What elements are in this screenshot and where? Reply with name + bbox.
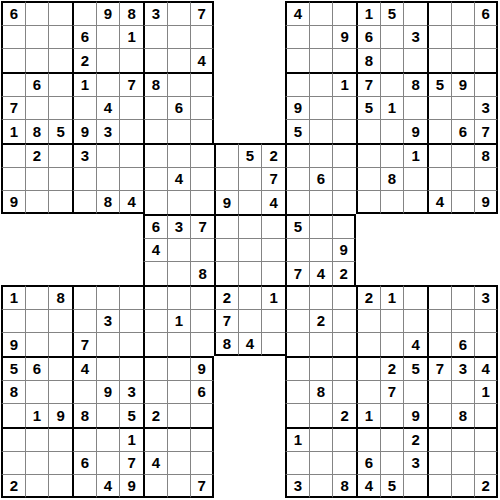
cell-r12c19[interactable] [451, 285, 475, 309]
cell-r12c4[interactable] [96, 285, 120, 309]
cell-r18c2[interactable] [48, 427, 72, 451]
given-digit-r6c20[interactable]: 8 [474, 143, 498, 167]
cell-r7c19[interactable] [451, 167, 475, 191]
cell-r5c16[interactable] [380, 119, 404, 143]
cell-r2c14[interactable] [332, 48, 356, 72]
given-digit-r20c5[interactable]: 9 [119, 474, 143, 498]
cell-r10c9[interactable] [214, 238, 238, 262]
cell-r2c16[interactable] [380, 48, 404, 72]
cell-r5c18[interactable] [427, 119, 451, 143]
cell-r13c17[interactable] [403, 309, 427, 333]
cell-r13c18[interactable] [427, 309, 451, 333]
cell-r20c13[interactable] [309, 474, 333, 498]
cell-r2c2[interactable] [48, 48, 72, 72]
cell-r13c6[interactable] [143, 309, 167, 333]
given-digit-r9c7[interactable]: 3 [167, 214, 191, 238]
given-digit-r4c7[interactable]: 6 [167, 96, 191, 120]
cell-r17c12[interactable] [285, 403, 309, 427]
cell-r0c13[interactable] [309, 1, 333, 25]
cell-r14c14[interactable] [332, 332, 356, 356]
given-digit-r3c5[interactable]: 7 [119, 72, 143, 96]
given-digit-r9c12[interactable]: 5 [285, 214, 309, 238]
cell-r13c16[interactable] [380, 309, 404, 333]
cell-r18c15[interactable] [356, 427, 380, 451]
cell-r12c12[interactable] [285, 285, 309, 309]
cell-r18c1[interactable] [25, 427, 49, 451]
cell-r8c14[interactable] [332, 190, 356, 214]
cell-r6c6[interactable] [143, 143, 167, 167]
cell-r12c13[interactable] [309, 285, 333, 309]
cell-r16c15[interactable] [356, 380, 380, 404]
cell-r7c6[interactable] [143, 167, 167, 191]
cell-r1c12[interactable] [285, 25, 309, 49]
given-digit-r8c4[interactable]: 8 [96, 190, 120, 214]
cell-r16c2[interactable] [48, 380, 72, 404]
cell-r8c2[interactable] [48, 190, 72, 214]
cell-r3c7[interactable] [167, 72, 191, 96]
cell-r19c20[interactable] [474, 451, 498, 475]
cell-r19c8[interactable] [190, 451, 214, 475]
cell-r0c18[interactable] [427, 1, 451, 25]
cell-r14c8[interactable] [190, 332, 214, 356]
cell-r0c1[interactable] [25, 1, 49, 25]
cell-r20c1[interactable] [25, 474, 49, 498]
given-digit-r3c18[interactable]: 5 [427, 72, 451, 96]
given-digit-r7c16[interactable]: 8 [380, 167, 404, 191]
cell-r13c19[interactable] [451, 309, 475, 333]
cell-r8c15[interactable] [356, 190, 380, 214]
cell-r2c12[interactable] [285, 48, 309, 72]
cell-r14c7[interactable] [167, 332, 191, 356]
cell-r18c14[interactable] [332, 427, 356, 451]
cell-r7c2[interactable] [48, 167, 72, 191]
given-digit-r11c13[interactable]: 4 [309, 261, 333, 285]
cell-r9c9[interactable] [214, 214, 238, 238]
cell-r20c7[interactable] [167, 474, 191, 498]
cell-r2c0[interactable] [1, 48, 25, 72]
cell-r17c8[interactable] [190, 403, 214, 427]
cell-r14c4[interactable] [96, 332, 120, 356]
given-digit-r0c12[interactable]: 4 [285, 1, 309, 25]
given-digit-r15c0[interactable]: 5 [1, 356, 25, 380]
cell-r13c11[interactable] [261, 309, 285, 333]
cell-r4c2[interactable] [48, 96, 72, 120]
cell-r4c14[interactable] [332, 96, 356, 120]
given-digit-r5c2[interactable]: 5 [48, 119, 72, 143]
cell-r9c11[interactable] [261, 214, 285, 238]
given-digit-r20c20[interactable]: 2 [474, 474, 498, 498]
given-digit-r20c8[interactable]: 7 [190, 474, 214, 498]
given-digit-r0c16[interactable]: 5 [380, 1, 404, 25]
given-digit-r5c3[interactable]: 9 [72, 119, 96, 143]
cell-r14c13[interactable] [309, 332, 333, 356]
given-digit-r0c15[interactable]: 1 [356, 1, 380, 25]
given-digit-r12c16[interactable]: 1 [380, 285, 404, 309]
given-digit-r20c4[interactable]: 4 [96, 474, 120, 498]
given-digit-r15c3[interactable]: 4 [72, 356, 96, 380]
given-digit-r17c15[interactable]: 1 [356, 403, 380, 427]
given-digit-r11c8[interactable]: 8 [190, 261, 214, 285]
cell-r20c2[interactable] [48, 474, 72, 498]
given-digit-r13c4[interactable]: 3 [96, 309, 120, 333]
given-digit-r15c17[interactable]: 5 [403, 356, 427, 380]
cell-r19c18[interactable] [427, 451, 451, 475]
given-digit-r12c20[interactable]: 3 [474, 285, 498, 309]
cell-r13c12[interactable] [285, 309, 309, 333]
given-digit-r14c19[interactable]: 6 [451, 332, 475, 356]
given-digit-r15c18[interactable]: 7 [427, 356, 451, 380]
given-digit-r17c6[interactable]: 2 [143, 403, 167, 427]
cell-r0c7[interactable] [167, 1, 191, 25]
cell-r15c4[interactable] [96, 356, 120, 380]
given-digit-r4c0[interactable]: 7 [1, 96, 25, 120]
cell-r1c6[interactable] [143, 25, 167, 49]
cell-r6c5[interactable] [119, 143, 143, 167]
given-digit-r6c11[interactable]: 2 [261, 143, 285, 167]
given-digit-r15c8[interactable]: 9 [190, 356, 214, 380]
given-digit-r8c11[interactable]: 4 [261, 190, 285, 214]
given-digit-r20c16[interactable]: 5 [380, 474, 404, 498]
cell-r6c7[interactable] [167, 143, 191, 167]
cell-r12c7[interactable] [167, 285, 191, 309]
cell-r20c19[interactable] [451, 474, 475, 498]
cell-r20c18[interactable] [427, 474, 451, 498]
given-digit-r0c0[interactable]: 6 [1, 1, 25, 25]
cell-r14c11[interactable] [261, 332, 285, 356]
cell-r5c15[interactable] [356, 119, 380, 143]
cell-r0c14[interactable] [332, 1, 356, 25]
cell-r12c17[interactable] [403, 285, 427, 309]
cell-r3c20[interactable] [474, 72, 498, 96]
cell-r1c20[interactable] [474, 25, 498, 49]
given-digit-r12c11[interactable]: 1 [261, 285, 285, 309]
cell-r15c5[interactable] [119, 356, 143, 380]
cell-r13c14[interactable] [332, 309, 356, 333]
given-digit-r2c8[interactable]: 4 [190, 48, 214, 72]
given-digit-r5c0[interactable]: 1 [1, 119, 25, 143]
cell-r0c19[interactable] [451, 1, 475, 25]
given-digit-r16c16[interactable]: 7 [380, 380, 404, 404]
cell-r3c2[interactable] [48, 72, 72, 96]
given-digit-r5c17[interactable]: 9 [403, 119, 427, 143]
cell-r6c14[interactable] [332, 143, 356, 167]
given-digit-r13c7[interactable]: 1 [167, 309, 191, 333]
given-digit-r16c8[interactable]: 6 [190, 380, 214, 404]
cell-r17c13[interactable] [309, 403, 333, 427]
cell-r6c16[interactable] [380, 143, 404, 167]
cell-r16c12[interactable] [285, 380, 309, 404]
cell-r12c18[interactable] [427, 285, 451, 309]
cell-r15c14[interactable] [332, 356, 356, 380]
cell-r7c5[interactable] [119, 167, 143, 191]
given-digit-r1c14[interactable]: 9 [332, 25, 356, 49]
given-digit-r18c5[interactable]: 1 [119, 427, 143, 451]
given-digit-r16c13[interactable]: 8 [309, 380, 333, 404]
cell-r1c7[interactable] [167, 25, 191, 49]
given-digit-r10c14[interactable]: 9 [332, 238, 356, 262]
cell-r1c2[interactable] [48, 25, 72, 49]
cell-r15c6[interactable] [143, 356, 167, 380]
cell-r20c6[interactable] [143, 474, 167, 498]
cell-r10c11[interactable] [261, 238, 285, 262]
given-digit-r16c5[interactable]: 3 [119, 380, 143, 404]
given-digit-r5c4[interactable]: 3 [96, 119, 120, 143]
cell-r4c6[interactable] [143, 96, 167, 120]
cell-r4c5[interactable] [119, 96, 143, 120]
given-digit-r12c0[interactable]: 1 [1, 285, 25, 309]
cell-r6c2[interactable] [48, 143, 72, 167]
cell-r10c12[interactable] [285, 238, 309, 262]
given-digit-r12c15[interactable]: 2 [356, 285, 380, 309]
cell-r18c4[interactable] [96, 427, 120, 451]
cell-r14c6[interactable] [143, 332, 167, 356]
cell-r19c1[interactable] [25, 451, 49, 475]
cell-r13c15[interactable] [356, 309, 380, 333]
cell-r16c19[interactable] [451, 380, 475, 404]
given-digit-r17c19[interactable]: 8 [451, 403, 475, 427]
cell-r11c11[interactable] [261, 261, 285, 285]
cell-r2c17[interactable] [403, 48, 427, 72]
cell-r19c13[interactable] [309, 451, 333, 475]
given-digit-r8c20[interactable]: 9 [474, 190, 498, 214]
cell-r6c8[interactable] [190, 143, 214, 167]
given-digit-r1c17[interactable]: 3 [403, 25, 427, 49]
cell-r7c12[interactable] [285, 167, 309, 191]
cell-r13c2[interactable] [48, 309, 72, 333]
cell-r19c12[interactable] [285, 451, 309, 475]
cell-r13c5[interactable] [119, 309, 143, 333]
cell-r8c6[interactable] [143, 190, 167, 214]
given-digit-r20c15[interactable]: 4 [356, 474, 380, 498]
cell-r13c0[interactable] [1, 309, 25, 333]
cell-r9c10[interactable] [238, 214, 262, 238]
given-digit-r0c6[interactable]: 3 [143, 1, 167, 25]
given-digit-r14c10[interactable]: 4 [238, 332, 262, 356]
cell-r14c5[interactable] [119, 332, 143, 356]
cell-r7c4[interactable] [96, 167, 120, 191]
given-digit-r15c20[interactable]: 4 [474, 356, 498, 380]
cell-r13c10[interactable] [238, 309, 262, 333]
cell-r10c8[interactable] [190, 238, 214, 262]
cell-r3c16[interactable] [380, 72, 404, 96]
given-digit-r2c15[interactable]: 8 [356, 48, 380, 72]
given-digit-r5c1[interactable]: 8 [25, 119, 49, 143]
given-digit-r2c3[interactable]: 2 [72, 48, 96, 72]
cell-r5c6[interactable] [143, 119, 167, 143]
cell-r3c0[interactable] [1, 72, 25, 96]
cell-r2c4[interactable] [96, 48, 120, 72]
cell-r4c19[interactable] [451, 96, 475, 120]
cell-r18c13[interactable] [309, 427, 333, 451]
cell-r12c14[interactable] [332, 285, 356, 309]
cell-r16c1[interactable] [25, 380, 49, 404]
cell-r20c17[interactable] [403, 474, 427, 498]
cell-r15c2[interactable] [48, 356, 72, 380]
cell-r8c3[interactable] [72, 190, 96, 214]
given-digit-r13c9[interactable]: 7 [214, 309, 238, 333]
cell-r5c5[interactable] [119, 119, 143, 143]
given-digit-r15c19[interactable]: 3 [451, 356, 475, 380]
given-digit-r0c5[interactable]: 8 [119, 1, 143, 25]
given-digit-r13c13[interactable]: 2 [309, 309, 333, 333]
cell-r2c20[interactable] [474, 48, 498, 72]
cell-r3c8[interactable] [190, 72, 214, 96]
cell-r19c16[interactable] [380, 451, 404, 475]
cell-r9c14[interactable] [332, 214, 356, 238]
given-digit-r6c3[interactable]: 3 [72, 143, 96, 167]
cell-r1c13[interactable] [309, 25, 333, 49]
cell-r17c7[interactable] [167, 403, 191, 427]
cell-r9c13[interactable] [309, 214, 333, 238]
given-digit-r4c4[interactable]: 4 [96, 96, 120, 120]
cell-r16c3[interactable] [72, 380, 96, 404]
cell-r4c1[interactable] [25, 96, 49, 120]
given-digit-r9c6[interactable]: 6 [143, 214, 167, 238]
cell-r6c15[interactable] [356, 143, 380, 167]
given-digit-r15c1[interactable]: 6 [25, 356, 49, 380]
cell-r14c20[interactable] [474, 332, 498, 356]
cell-r4c8[interactable] [190, 96, 214, 120]
cell-r2c7[interactable] [167, 48, 191, 72]
cell-r0c17[interactable] [403, 1, 427, 25]
cell-r5c13[interactable] [309, 119, 333, 143]
given-digit-r1c15[interactable]: 6 [356, 25, 380, 49]
given-digit-r3c3[interactable]: 1 [72, 72, 96, 96]
given-digit-r14c0[interactable]: 9 [1, 332, 25, 356]
cell-r16c17[interactable] [403, 380, 427, 404]
cell-r6c18[interactable] [427, 143, 451, 167]
cell-r11c10[interactable] [238, 261, 262, 285]
cell-r10c7[interactable] [167, 238, 191, 262]
given-digit-r10c6[interactable]: 4 [143, 238, 167, 262]
given-digit-r3c6[interactable]: 8 [143, 72, 167, 96]
given-digit-r16c4[interactable]: 9 [96, 380, 120, 404]
given-digit-r16c20[interactable]: 1 [474, 380, 498, 404]
given-digit-r4c20[interactable]: 3 [474, 96, 498, 120]
cell-r8c19[interactable] [451, 190, 475, 214]
cell-r19c7[interactable] [167, 451, 191, 475]
given-digit-r12c2[interactable]: 8 [48, 285, 72, 309]
given-digit-r0c4[interactable]: 9 [96, 1, 120, 25]
given-digit-r17c14[interactable]: 2 [332, 403, 356, 427]
given-digit-r19c6[interactable]: 4 [143, 451, 167, 475]
cell-r12c8[interactable] [190, 285, 214, 309]
given-digit-r3c15[interactable]: 7 [356, 72, 380, 96]
cell-r14c12[interactable] [285, 332, 309, 356]
cell-r7c1[interactable] [25, 167, 49, 191]
given-digit-r15c16[interactable]: 2 [380, 356, 404, 380]
cell-r14c16[interactable] [380, 332, 404, 356]
cell-r4c13[interactable] [309, 96, 333, 120]
given-digit-r4c16[interactable]: 1 [380, 96, 404, 120]
given-digit-r19c17[interactable]: 3 [403, 451, 427, 475]
cell-r8c17[interactable] [403, 190, 427, 214]
cell-r16c6[interactable] [143, 380, 167, 404]
cell-r12c1[interactable] [25, 285, 49, 309]
cell-r7c9[interactable] [214, 167, 238, 191]
cell-r5c14[interactable] [332, 119, 356, 143]
cell-r13c8[interactable] [190, 309, 214, 333]
given-digit-r1c5[interactable]: 1 [119, 25, 143, 49]
cell-r13c1[interactable] [25, 309, 49, 333]
given-digit-r14c17[interactable]: 4 [403, 332, 427, 356]
cell-r8c1[interactable] [25, 190, 49, 214]
cell-r12c3[interactable] [72, 285, 96, 309]
cell-r15c15[interactable] [356, 356, 380, 380]
given-digit-r20c0[interactable]: 2 [1, 474, 25, 498]
cell-r19c14[interactable] [332, 451, 356, 475]
cell-r4c3[interactable] [72, 96, 96, 120]
cell-r2c18[interactable] [427, 48, 451, 72]
given-digit-r9c8[interactable]: 7 [190, 214, 214, 238]
cell-r6c0[interactable] [1, 143, 25, 167]
given-digit-r3c14[interactable]: 1 [332, 72, 356, 96]
cell-r15c7[interactable] [167, 356, 191, 380]
given-digit-r12c9[interactable]: 2 [214, 285, 238, 309]
cell-r13c3[interactable] [72, 309, 96, 333]
given-digit-r1c3[interactable]: 6 [72, 25, 96, 49]
cell-r18c0[interactable] [1, 427, 25, 451]
given-digit-r6c17[interactable]: 1 [403, 143, 427, 167]
cell-r7c3[interactable] [72, 167, 96, 191]
cell-r7c18[interactable] [427, 167, 451, 191]
cell-r2c19[interactable] [451, 48, 475, 72]
cell-r11c6[interactable] [143, 261, 167, 285]
cell-r5c8[interactable] [190, 119, 214, 143]
given-digit-r4c15[interactable]: 5 [356, 96, 380, 120]
cell-r7c0[interactable] [1, 167, 25, 191]
cell-r19c19[interactable] [451, 451, 475, 475]
cell-r18c16[interactable] [380, 427, 404, 451]
cell-r8c16[interactable] [380, 190, 404, 214]
cell-r3c4[interactable] [96, 72, 120, 96]
cell-r16c18[interactable] [427, 380, 451, 404]
given-digit-r3c17[interactable]: 8 [403, 72, 427, 96]
given-digit-r20c12[interactable]: 3 [285, 474, 309, 498]
given-digit-r19c15[interactable]: 6 [356, 451, 380, 475]
cell-r10c13[interactable] [309, 238, 333, 262]
given-digit-r11c14[interactable]: 2 [332, 261, 356, 285]
cell-r18c8[interactable] [190, 427, 214, 451]
cell-r13c20[interactable] [474, 309, 498, 333]
cell-r12c10[interactable] [238, 285, 262, 309]
cell-r18c7[interactable] [167, 427, 191, 451]
given-digit-r8c18[interactable]: 4 [427, 190, 451, 214]
cell-r6c19[interactable] [451, 143, 475, 167]
cell-r18c19[interactable] [451, 427, 475, 451]
given-digit-r17c2[interactable]: 9 [48, 403, 72, 427]
cell-r7c14[interactable] [332, 167, 356, 191]
cell-r2c1[interactable] [25, 48, 49, 72]
cell-r8c10[interactable] [238, 190, 262, 214]
cell-r7c10[interactable] [238, 167, 262, 191]
cell-r7c8[interactable] [190, 167, 214, 191]
cell-r5c7[interactable] [167, 119, 191, 143]
given-digit-r20c14[interactable]: 8 [332, 474, 356, 498]
cell-r0c2[interactable] [48, 1, 72, 25]
given-digit-r6c10[interactable]: 5 [238, 143, 262, 167]
cell-r8c13[interactable] [309, 190, 333, 214]
given-digit-r18c12[interactable]: 1 [285, 427, 309, 451]
given-digit-r5c12[interactable]: 5 [285, 119, 309, 143]
cell-r1c4[interactable] [96, 25, 120, 49]
given-digit-r11c12[interactable]: 7 [285, 261, 309, 285]
cell-r11c9[interactable] [214, 261, 238, 285]
cell-r12c5[interactable] [119, 285, 143, 309]
cell-r16c7[interactable] [167, 380, 191, 404]
cell-r2c5[interactable] [119, 48, 143, 72]
cell-r8c8[interactable] [190, 190, 214, 214]
